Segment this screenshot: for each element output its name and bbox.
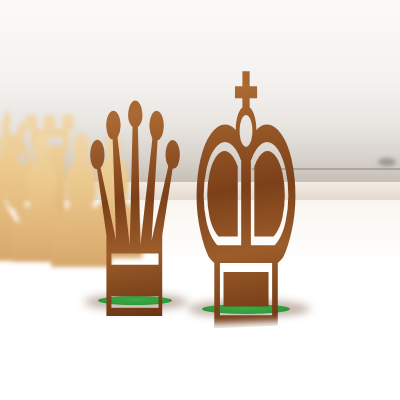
- dark-queen: ♛: [75, 67, 194, 362]
- chess-photo: ♜ ♞ ♟ ♟ ♟ ♛ ♚: [0, 0, 400, 400]
